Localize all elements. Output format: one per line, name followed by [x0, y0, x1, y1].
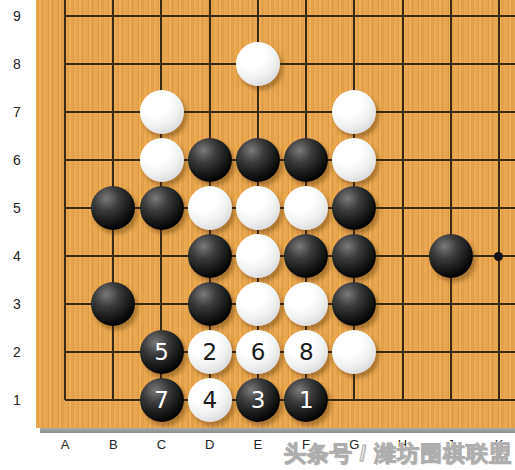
intersection-H5[interactable]	[379, 184, 427, 232]
white-stone-F3[interactable]	[284, 282, 328, 326]
intersection-C3[interactable]	[137, 280, 185, 328]
intersection-D6[interactable]	[186, 136, 234, 184]
black-stone-B5[interactable]	[91, 186, 135, 230]
intersection-B8[interactable]	[89, 40, 137, 88]
black-stone-F1[interactable]: 1	[284, 378, 328, 422]
white-stone-G2[interactable]	[332, 330, 376, 374]
intersection-K1[interactable]	[475, 376, 515, 424]
intersection-E7[interactable]	[234, 88, 282, 136]
intersection-D9[interactable]	[186, 0, 234, 40]
intersection-G4[interactable]	[330, 232, 378, 280]
intersection-A6[interactable]	[41, 136, 89, 184]
row-label-6: 6	[13, 152, 21, 168]
white-stone-D2[interactable]: 2	[188, 330, 232, 374]
intersection-E2[interactable]: 6	[234, 328, 282, 376]
col-label-D: D	[205, 437, 214, 452]
intersection-D3[interactable]	[186, 280, 234, 328]
move-number: 4	[202, 389, 217, 412]
intersection-C7[interactable]	[137, 88, 185, 136]
black-stone-B3[interactable]	[91, 282, 135, 326]
move-number: 6	[251, 341, 266, 364]
intersection-G5[interactable]	[330, 184, 378, 232]
intersection-H6[interactable]	[379, 136, 427, 184]
intersection-G6[interactable]	[330, 136, 378, 184]
move-number: 7	[154, 389, 169, 412]
board-intersections: 52687431	[41, 0, 515, 424]
intersection-E9[interactable]	[234, 0, 282, 40]
white-stone-E4[interactable]	[236, 234, 280, 278]
intersection-K4[interactable]	[475, 232, 515, 280]
intersection-B7[interactable]	[89, 88, 137, 136]
intersection-K7[interactable]	[475, 88, 515, 136]
intersection-H2[interactable]	[379, 328, 427, 376]
white-stone-F5[interactable]	[284, 186, 328, 230]
intersection-F3[interactable]	[282, 280, 330, 328]
row-label-3: 3	[13, 296, 21, 312]
intersection-C4[interactable]	[137, 232, 185, 280]
intersection-D4[interactable]	[186, 232, 234, 280]
intersection-E5[interactable]	[234, 184, 282, 232]
white-stone-G7[interactable]	[332, 90, 376, 134]
intersection-A3[interactable]	[41, 280, 89, 328]
intersection-A9[interactable]	[41, 0, 89, 40]
intersection-H3[interactable]	[379, 280, 427, 328]
intersection-D7[interactable]	[186, 88, 234, 136]
intersection-G2[interactable]	[330, 328, 378, 376]
intersection-J1[interactable]	[427, 376, 475, 424]
intersection-B2[interactable]	[89, 328, 137, 376]
row-label-2: 2	[13, 344, 21, 360]
row-label-4: 4	[13, 248, 21, 264]
intersection-C9[interactable]	[137, 0, 185, 40]
go-board: 52687431	[36, 0, 515, 428]
white-stone-E8[interactable]	[236, 42, 280, 86]
black-stone-E6[interactable]	[236, 138, 280, 182]
intersection-B9[interactable]	[89, 0, 137, 40]
move-number: 5	[154, 341, 169, 364]
white-stone-C7[interactable]	[140, 90, 184, 134]
intersection-J5[interactable]	[427, 184, 475, 232]
intersection-K5[interactable]	[475, 184, 515, 232]
intersection-F2[interactable]: 8	[282, 328, 330, 376]
intersection-D1[interactable]: 4	[186, 376, 234, 424]
intersection-F5[interactable]	[282, 184, 330, 232]
intersection-K2[interactable]	[475, 328, 515, 376]
white-stone-D5[interactable]	[188, 186, 232, 230]
intersection-H7[interactable]	[379, 88, 427, 136]
black-stone-C5[interactable]	[140, 186, 184, 230]
intersection-F7[interactable]	[282, 88, 330, 136]
col-label-C: C	[157, 437, 166, 452]
intersection-G3[interactable]	[330, 280, 378, 328]
black-stone-G3[interactable]	[332, 282, 376, 326]
black-stone-D4[interactable]	[188, 234, 232, 278]
row-label-8: 8	[13, 56, 21, 72]
intersection-E8[interactable]	[234, 40, 282, 88]
intersection-C1[interactable]: 7	[137, 376, 185, 424]
move-number: 1	[299, 389, 314, 412]
intersection-G7[interactable]	[330, 88, 378, 136]
intersection-F6[interactable]	[282, 136, 330, 184]
black-stone-J4[interactable]	[429, 234, 473, 278]
intersection-C8[interactable]	[137, 40, 185, 88]
intersection-F1[interactable]: 1	[282, 376, 330, 424]
white-stone-C6[interactable]	[140, 138, 184, 182]
intersection-A1[interactable]	[41, 376, 89, 424]
board-edge-shadow	[40, 428, 515, 433]
intersection-K3[interactable]	[475, 280, 515, 328]
intersection-E6[interactable]	[234, 136, 282, 184]
move-number: 8	[299, 341, 314, 364]
col-label-B: B	[109, 437, 118, 452]
intersection-A8[interactable]	[41, 40, 89, 88]
intersection-J3[interactable]	[427, 280, 475, 328]
intersection-B3[interactable]	[89, 280, 137, 328]
intersection-J8[interactable]	[427, 40, 475, 88]
intersection-K6[interactable]	[475, 136, 515, 184]
move-number: 3	[251, 389, 266, 412]
row-label-7: 7	[13, 104, 21, 120]
intersection-K8[interactable]	[475, 40, 515, 88]
black-stone-G5[interactable]	[332, 186, 376, 230]
intersection-J6[interactable]	[427, 136, 475, 184]
intersection-D2[interactable]: 2	[186, 328, 234, 376]
intersection-A4[interactable]	[41, 232, 89, 280]
white-stone-E2[interactable]: 6	[236, 330, 280, 374]
white-stone-D1[interactable]: 4	[188, 378, 232, 422]
intersection-J2[interactable]	[427, 328, 475, 376]
black-stone-C1[interactable]: 7	[140, 378, 184, 422]
intersection-B1[interactable]	[89, 376, 137, 424]
white-stone-F2[interactable]: 8	[284, 330, 328, 374]
black-stone-G4[interactable]	[332, 234, 376, 278]
go-diagram: 52687431 ABCDEFGHJK 987654321 头条号 / 潍坊围棋…	[0, 0, 515, 470]
row-label-1: 1	[13, 392, 21, 408]
intersection-D8[interactable]	[186, 40, 234, 88]
row-label-5: 5	[13, 200, 21, 216]
intersection-F8[interactable]	[282, 40, 330, 88]
intersection-B4[interactable]	[89, 232, 137, 280]
intersection-G8[interactable]	[330, 40, 378, 88]
intersection-C6[interactable]	[137, 136, 185, 184]
intersection-J9[interactable]	[427, 0, 475, 40]
intersection-F9[interactable]	[282, 0, 330, 40]
white-stone-G6[interactable]	[332, 138, 376, 182]
intersection-A5[interactable]	[41, 184, 89, 232]
intersection-K9[interactable]	[475, 0, 515, 40]
intersection-G9[interactable]	[330, 0, 378, 40]
intersection-H1[interactable]	[379, 376, 427, 424]
intersection-G1[interactable]	[330, 376, 378, 424]
black-stone-D6[interactable]	[188, 138, 232, 182]
intersection-C5[interactable]	[137, 184, 185, 232]
white-stone-E5[interactable]	[236, 186, 280, 230]
intersection-J7[interactable]	[427, 88, 475, 136]
move-number: 2	[202, 341, 217, 364]
intersection-H8[interactable]	[379, 40, 427, 88]
intersection-H4[interactable]	[379, 232, 427, 280]
row-label-9: 9	[13, 8, 21, 24]
intersection-D5[interactable]	[186, 184, 234, 232]
white-stone-E3[interactable]	[236, 282, 280, 326]
black-stone-F6[interactable]	[284, 138, 328, 182]
black-stone-C2[interactable]: 5	[140, 330, 184, 374]
intersection-J4[interactable]	[427, 232, 475, 280]
intersection-E3[interactable]	[234, 280, 282, 328]
col-label-E: E	[254, 437, 263, 452]
black-stone-D3[interactable]	[188, 282, 232, 326]
intersection-C2[interactable]: 5	[137, 328, 185, 376]
intersection-B6[interactable]	[89, 136, 137, 184]
intersection-F4[interactable]	[282, 232, 330, 280]
intersection-H9[interactable]	[379, 0, 427, 40]
intersection-E1[interactable]: 3	[234, 376, 282, 424]
intersection-E4[interactable]	[234, 232, 282, 280]
intersection-A7[interactable]	[41, 88, 89, 136]
watermark: 头条号 / 潍坊围棋联盟	[284, 439, 512, 469]
black-stone-E1[interactable]: 3	[236, 378, 280, 422]
intersection-A2[interactable]	[41, 328, 89, 376]
black-stone-F4[interactable]	[284, 234, 328, 278]
intersection-B5[interactable]	[89, 184, 137, 232]
col-label-A: A	[61, 437, 70, 452]
